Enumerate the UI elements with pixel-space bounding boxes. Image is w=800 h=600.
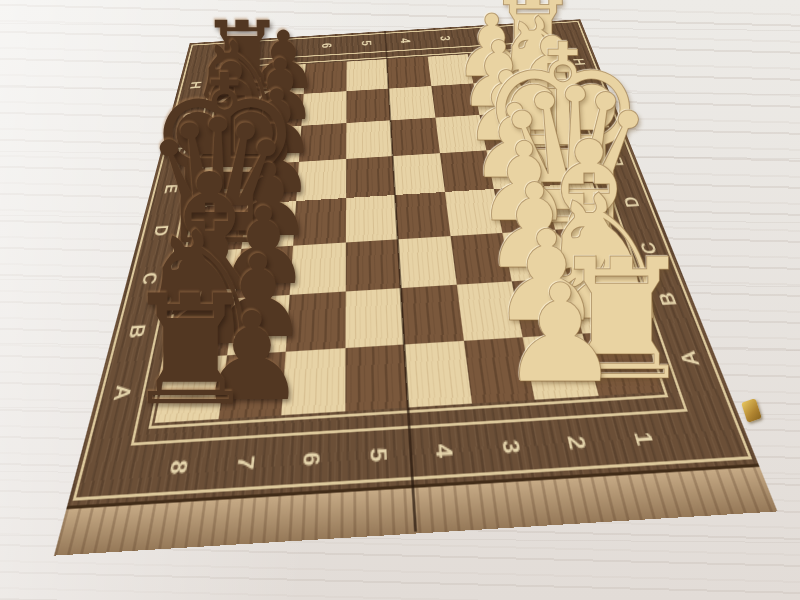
rank-label-4: 4 [422, 414, 468, 491]
square-d5[interactable] [345, 195, 397, 242]
square-d4[interactable] [395, 192, 450, 239]
rank-label-4: 4 [393, 27, 419, 55]
square-g4[interactable] [388, 86, 434, 121]
square-f4[interactable] [390, 118, 439, 156]
rank-label-6: 6 [290, 422, 332, 500]
square-e5[interactable] [346, 156, 395, 198]
square-a4[interactable] [404, 340, 471, 407]
square-b4[interactable] [401, 285, 464, 344]
square-h5[interactable] [346, 59, 388, 91]
square-a5[interactable] [345, 344, 408, 412]
piece-black-rook-a8[interactable]: ♜ [123, 276, 259, 427]
square-c4[interactable] [398, 236, 457, 288]
piece-white-pawn-a2[interactable]: ♟ [499, 266, 621, 402]
rank-label-5: 5 [358, 418, 399, 495]
square-h4[interactable] [387, 57, 431, 89]
rank-label-5: 5 [354, 30, 378, 58]
square-g5[interactable] [346, 88, 391, 123]
rank-label-8: 8 [152, 429, 204, 507]
square-f5[interactable] [346, 120, 393, 158]
square-b5[interactable] [345, 288, 404, 347]
square-e4[interactable] [393, 153, 445, 195]
square-c5[interactable] [345, 239, 401, 292]
rank-label-3: 3 [486, 410, 537, 487]
